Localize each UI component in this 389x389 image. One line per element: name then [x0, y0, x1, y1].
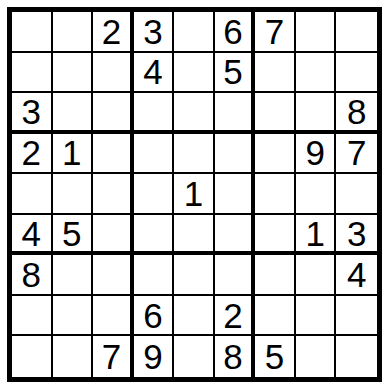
cell-r1c2[interactable] [53, 12, 94, 53]
cell-r3c8[interactable] [296, 93, 337, 134]
cell-r2c6[interactable]: 5 [215, 53, 256, 94]
given-digit: 1 [62, 135, 81, 170]
cell-r1c5[interactable] [174, 12, 215, 53]
cell-r2c2[interactable] [53, 53, 94, 94]
given-digit: 5 [223, 54, 242, 89]
cell-r1c8[interactable] [296, 12, 337, 53]
given-digit: 5 [265, 339, 284, 374]
given-digit: 6 [143, 298, 162, 333]
cell-r9c3[interactable]: 7 [93, 336, 134, 377]
cell-r2c5[interactable] [174, 53, 215, 94]
cell-r3c2[interactable] [53, 93, 94, 134]
given-digit: 3 [22, 94, 41, 129]
cell-r2c8[interactable] [296, 53, 337, 94]
cell-r8c5[interactable] [174, 296, 215, 337]
cell-r6c2[interactable]: 5 [53, 215, 94, 256]
cell-r8c3[interactable] [93, 296, 134, 337]
cell-r3c3[interactable] [93, 93, 134, 134]
cell-r1c9[interactable] [336, 12, 377, 53]
cell-r9c4[interactable]: 9 [134, 336, 175, 377]
given-digit: 1 [305, 216, 324, 251]
cell-r3c6[interactable] [215, 93, 256, 134]
cell-r4c8[interactable]: 9 [296, 134, 337, 175]
given-digit: 8 [347, 94, 366, 129]
given-digit: 3 [143, 14, 162, 49]
cell-r8c1[interactable] [12, 296, 53, 337]
cell-r3c4[interactable] [134, 93, 175, 134]
cell-r5c5[interactable]: 1 [174, 174, 215, 215]
cell-r6c7[interactable] [255, 215, 296, 256]
cell-r3c7[interactable] [255, 93, 296, 134]
cell-r4c2[interactable]: 1 [53, 134, 94, 175]
cell-r9c2[interactable] [53, 336, 94, 377]
cell-r7c6[interactable] [215, 255, 256, 296]
cell-r2c4[interactable]: 4 [134, 53, 175, 94]
cell-r9c8[interactable] [296, 336, 337, 377]
cell-r9c5[interactable] [174, 336, 215, 377]
given-digit: 7 [265, 14, 284, 49]
cell-r6c4[interactable] [134, 215, 175, 256]
cell-r4c4[interactable] [134, 134, 175, 175]
cell-r2c9[interactable] [336, 53, 377, 94]
cell-r7c2[interactable] [53, 255, 94, 296]
cell-r3c1[interactable]: 3 [12, 93, 53, 134]
cell-r5c2[interactable] [53, 174, 94, 215]
cell-r9c9[interactable] [336, 336, 377, 377]
cell-r1c7[interactable]: 7 [255, 12, 296, 53]
cell-r6c6[interactable] [215, 215, 256, 256]
given-digit: 4 [22, 216, 41, 251]
cell-r8c2[interactable] [53, 296, 94, 337]
cell-r5c8[interactable] [296, 174, 337, 215]
cell-r6c9[interactable]: 3 [336, 215, 377, 256]
cell-r3c5[interactable] [174, 93, 215, 134]
given-digit: 4 [143, 54, 162, 89]
given-digit: 9 [305, 135, 324, 170]
cell-r4c1[interactable]: 2 [12, 134, 53, 175]
cell-r6c8[interactable]: 1 [296, 215, 337, 256]
given-digit: 2 [22, 135, 41, 170]
cell-r9c6[interactable]: 8 [215, 336, 256, 377]
given-digit: 6 [223, 14, 242, 49]
given-digit: 7 [347, 135, 366, 170]
given-digit: 8 [223, 339, 242, 374]
cell-r4c3[interactable] [93, 134, 134, 175]
cell-r2c1[interactable] [12, 53, 53, 94]
cell-r6c3[interactable] [93, 215, 134, 256]
cell-r8c7[interactable] [255, 296, 296, 337]
cell-r5c4[interactable] [134, 174, 175, 215]
cell-r8c6[interactable]: 2 [215, 296, 256, 337]
cell-r7c5[interactable] [174, 255, 215, 296]
given-digit: 5 [62, 216, 81, 251]
given-digit: 7 [102, 339, 121, 374]
cell-r1c1[interactable] [12, 12, 53, 53]
cell-r9c1[interactable] [12, 336, 53, 377]
cell-r8c8[interactable] [296, 296, 337, 337]
cell-r5c1[interactable] [12, 174, 53, 215]
given-digit: 9 [143, 339, 162, 374]
given-digit: 3 [347, 216, 366, 251]
cell-r7c8[interactable] [296, 255, 337, 296]
given-digit: 4 [347, 257, 366, 292]
cell-r5c3[interactable] [93, 174, 134, 215]
cell-r9c7[interactable]: 5 [255, 336, 296, 377]
cell-r2c7[interactable] [255, 53, 296, 94]
cell-r8c4[interactable]: 6 [134, 296, 175, 337]
cell-r5c6[interactable] [215, 174, 256, 215]
cell-r6c1[interactable]: 4 [12, 215, 53, 256]
cell-r7c3[interactable] [93, 255, 134, 296]
cell-r7c7[interactable] [255, 255, 296, 296]
cell-r5c7[interactable] [255, 174, 296, 215]
cell-r4c7[interactable] [255, 134, 296, 175]
cell-r7c4[interactable] [134, 255, 175, 296]
given-digit: 2 [102, 14, 121, 49]
cell-r8c9[interactable] [336, 296, 377, 337]
cell-r4c6[interactable] [215, 134, 256, 175]
cell-r2c3[interactable] [93, 53, 134, 94]
cell-r4c9[interactable]: 7 [336, 134, 377, 175]
cell-r1c4[interactable]: 3 [134, 12, 175, 53]
cell-r7c9[interactable]: 4 [336, 255, 377, 296]
given-digit: 1 [184, 176, 203, 211]
cell-r3c9[interactable]: 8 [336, 93, 377, 134]
cell-r7c1[interactable]: 8 [12, 255, 53, 296]
given-digit: 8 [22, 257, 41, 292]
cell-r1c6[interactable]: 6 [215, 12, 256, 53]
cell-r6c5[interactable] [174, 215, 215, 256]
cell-r4c5[interactable] [174, 134, 215, 175]
cell-r5c9[interactable] [336, 174, 377, 215]
given-digit: 2 [223, 298, 242, 333]
sudoku-board: 2367453821971451384627985 [7, 7, 382, 382]
cell-r1c3[interactable]: 2 [93, 12, 134, 53]
